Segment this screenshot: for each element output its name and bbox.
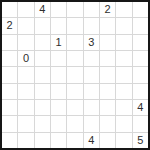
cell-r8c4[interactable] [67,133,82,148]
cell-r8c8-clue[interactable]: 5 [133,133,148,148]
cell-r2c4[interactable] [67,35,82,50]
cell-r7c4[interactable] [67,116,82,131]
cell-r1c4[interactable] [67,18,82,33]
cell-r2c5-clue[interactable]: 3 [84,35,99,50]
cell-r4c2[interactable] [35,67,50,82]
cell-r7c8[interactable] [133,116,148,131]
cell-r2c7[interactable] [116,35,131,50]
cell-r8c2[interactable] [35,133,50,148]
cell-r1c0-clue[interactable]: 2 [2,18,17,33]
cell-r8c6[interactable] [100,133,115,148]
cell-r4c5[interactable] [84,67,99,82]
cell-r8c1[interactable] [18,133,33,148]
cell-r7c7[interactable] [116,116,131,131]
cell-r0c5[interactable] [84,2,99,17]
cell-r6c3[interactable] [51,100,66,115]
cell-r0c6-clue[interactable]: 2 [100,2,115,17]
cell-r5c6[interactable] [100,84,115,99]
cell-r8c3[interactable] [51,133,66,148]
cell-r4c0[interactable] [2,67,17,82]
cell-r2c0[interactable] [2,35,17,50]
cell-r6c0[interactable] [2,100,17,115]
cell-r8c5-clue[interactable]: 4 [84,133,99,148]
cell-r4c3[interactable] [51,67,66,82]
cell-r0c0[interactable] [2,2,17,17]
cell-r4c1[interactable] [18,67,33,82]
cell-r0c7[interactable] [116,2,131,17]
cell-r5c8[interactable] [133,84,148,99]
cell-r3c7[interactable] [116,51,131,66]
cell-r1c5[interactable] [84,18,99,33]
cell-r0c4[interactable] [67,2,82,17]
cell-r7c2[interactable] [35,116,50,131]
cell-r5c2[interactable] [35,84,50,99]
cell-r5c4[interactable] [67,84,82,99]
cell-r3c2[interactable] [35,51,50,66]
cell-r2c8[interactable] [133,35,148,50]
cell-r3c4[interactable] [67,51,82,66]
puzzle-board: 422130445 [0,0,150,150]
cell-r5c3[interactable] [51,84,66,99]
cell-r8c0[interactable] [2,133,17,148]
cell-r6c1[interactable] [18,100,33,115]
cell-r1c2[interactable] [35,18,50,33]
cell-r3c3[interactable] [51,51,66,66]
cell-r1c3[interactable] [51,18,66,33]
cell-r4c8[interactable] [133,67,148,82]
cell-r7c5[interactable] [84,116,99,131]
cell-r3c5[interactable] [84,51,99,66]
cell-r5c0[interactable] [2,84,17,99]
cell-r0c1[interactable] [18,2,33,17]
cell-r5c5[interactable] [84,84,99,99]
cell-r1c7[interactable] [116,18,131,33]
cell-r6c7[interactable] [116,100,131,115]
cell-r4c4[interactable] [67,67,82,82]
cell-r3c8[interactable] [133,51,148,66]
cell-r3c1-clue[interactable]: 0 [18,51,33,66]
cell-r6c5[interactable] [84,100,99,115]
cell-r0c8[interactable] [133,2,148,17]
cell-r3c0[interactable] [2,51,17,66]
cell-r0c2-clue[interactable]: 4 [35,2,50,17]
cell-r7c3[interactable] [51,116,66,131]
cell-r7c1[interactable] [18,116,33,131]
cell-r4c6[interactable] [100,67,115,82]
cell-r1c8[interactable] [133,18,148,33]
cell-r7c6[interactable] [100,116,115,131]
cell-r0c3[interactable] [51,2,66,17]
cell-r2c2[interactable] [35,35,50,50]
cell-r6c2[interactable] [35,100,50,115]
cell-r3c6[interactable] [100,51,115,66]
cell-r2c3-clue[interactable]: 1 [51,35,66,50]
cell-r5c7[interactable] [116,84,131,99]
cell-r6c6[interactable] [100,100,115,115]
cell-r7c0[interactable] [2,116,17,131]
cell-r6c4[interactable] [67,100,82,115]
cell-r2c1[interactable] [18,35,33,50]
cell-r1c1[interactable] [18,18,33,33]
cell-r8c7[interactable] [116,133,131,148]
cell-r2c6[interactable] [100,35,115,50]
cell-r4c7[interactable] [116,67,131,82]
cell-r1c6[interactable] [100,18,115,33]
cell-r6c8-clue[interactable]: 4 [133,100,148,115]
cell-r5c1[interactable] [18,84,33,99]
